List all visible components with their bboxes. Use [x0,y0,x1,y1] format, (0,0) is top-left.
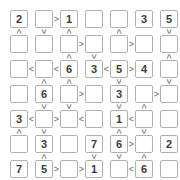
greater-than-icon: > [53,110,60,128]
cell-r4c4[interactable] [85,85,103,103]
cell-r5c5[interactable]: 1 [110,110,128,128]
less-than-icon: < [103,60,110,78]
caret-down-glyph: > [89,154,98,159]
cell-r6c6[interactable] [135,135,153,153]
cell-r3c5[interactable]: 5 [110,60,128,78]
cell-r6c5[interactable]: 6 [110,135,128,153]
caret-up-glyph: < [139,104,148,109]
cell-r1c3[interactable]: 1 [60,10,78,28]
caret-down-glyph: > [164,79,173,84]
caret-up-glyph: < [64,54,73,59]
cell-r5c2[interactable] [35,110,53,128]
greater-than-icon: > [78,160,85,178]
caret-down-glyph: > [39,29,48,34]
futoshiki-board: 21356354633137627516>>><<<>>><><<>>><<><… [10,10,180,178]
cell-r2c1[interactable] [10,35,28,53]
cell-r7c6[interactable]: 6 [135,160,153,178]
cell-r2c2[interactable] [35,35,53,53]
caret-down-glyph: > [114,104,123,109]
cell-r5c6[interactable] [135,110,153,128]
greater-than-icon: > [78,35,85,53]
caret-up-icon: < [10,128,28,135]
less-than-icon: < [28,60,35,78]
cell-r7c3[interactable] [60,160,78,178]
cell-r1c2[interactable] [35,10,53,28]
cell-r6c7[interactable]: 2 [160,135,178,153]
caret-up-icon: < [135,153,153,160]
cell-r4c6[interactable] [135,85,153,103]
cell-r1c1[interactable]: 2 [10,10,28,28]
caret-down-icon: > [110,78,128,85]
cell-r6c4[interactable]: 7 [85,135,103,153]
caret-up-glyph: < [64,79,73,84]
cell-r4c1[interactable] [10,85,28,103]
caret-up-glyph: < [114,129,123,134]
caret-up-icon: < [60,28,78,35]
less-than-icon: < [28,110,35,128]
caret-down-icon: > [135,128,153,135]
caret-down-icon: > [35,28,53,35]
cell-r7c4[interactable]: 1 [85,160,103,178]
caret-up-glyph: < [164,54,173,59]
cell-r3c2[interactable] [35,60,53,78]
caret-up-glyph: < [14,129,23,134]
cell-r3c6[interactable]: 4 [135,60,153,78]
greater-than-icon: > [153,85,160,103]
cell-r5c3[interactable] [60,110,78,128]
caret-down-glyph: > [89,54,98,59]
greater-than-icon: > [78,85,85,103]
caret-down-glyph: > [64,104,73,109]
caret-up-glyph: < [39,79,48,84]
cell-r3c4[interactable]: 3 [85,60,103,78]
cell-r2c4[interactable] [85,35,103,53]
cell-r2c6[interactable] [135,35,153,53]
caret-up-icon: < [110,28,128,35]
cell-r6c1[interactable] [10,135,28,153]
cell-r6c3[interactable] [60,135,78,153]
cell-r1c4[interactable] [85,10,103,28]
caret-up-glyph: < [64,29,73,34]
caret-down-glyph: > [164,29,173,34]
cell-r4c3[interactable] [60,85,78,103]
caret-up-icon: < [60,78,78,85]
cell-r2c7[interactable] [160,35,178,53]
caret-up-icon: < [35,153,53,160]
caret-up-icon: < [110,128,128,135]
greater-than-icon: > [128,60,135,78]
cell-r7c2[interactable]: 5 [35,160,53,178]
cell-r7c1[interactable]: 7 [10,160,28,178]
cell-r1c5[interactable] [110,10,128,28]
cell-r1c7[interactable]: 5 [160,10,178,28]
cell-r5c7[interactable] [160,110,178,128]
caret-up-icon: < [135,103,153,110]
cell-r1c6[interactable]: 3 [135,10,153,28]
cell-r3c7[interactable] [160,60,178,78]
less-than-icon: < [78,110,85,128]
caret-up-icon: < [10,28,28,35]
cell-r3c1[interactable] [10,60,28,78]
less-than-icon: < [128,160,135,178]
caret-down-icon: > [160,28,178,35]
greater-than-icon: > [53,160,60,178]
cell-r2c3[interactable] [60,35,78,53]
caret-down-icon: > [35,128,53,135]
less-than-icon: < [128,110,135,128]
caret-down-icon: > [85,53,103,60]
caret-down-glyph: > [139,129,148,134]
cell-r6c2[interactable]: 3 [35,135,53,153]
caret-up-icon: < [160,53,178,60]
cell-r4c5[interactable]: 3 [110,85,128,103]
greater-than-icon: > [128,135,135,153]
caret-up-glyph: < [14,29,23,34]
cell-r2c5[interactable] [110,35,128,53]
caret-down-glyph: > [39,129,48,134]
cell-r3c3[interactable]: 6 [60,60,78,78]
caret-up-icon: < [35,78,53,85]
caret-down-icon: > [110,153,128,160]
less-than-icon: < [53,60,60,78]
caret-down-icon: > [35,103,53,110]
cell-r4c2[interactable]: 6 [35,85,53,103]
greater-than-icon: > [128,35,135,53]
caret-down-icon: > [160,78,178,85]
cell-r7c5[interactable] [110,160,128,178]
caret-down-icon: > [85,153,103,160]
caret-down-glyph: > [39,104,48,109]
caret-up-glyph: < [39,154,48,159]
futoshiki-page: 21356354633137627516>>><<<>>><><<>>><<><… [0,0,180,178]
caret-down-glyph: > [114,79,123,84]
cell-r5c1[interactable]: 3 [10,110,28,128]
cell-r7c7[interactable] [160,160,178,178]
cell-r5c4[interactable] [85,110,103,128]
caret-up-icon: < [60,53,78,60]
caret-down-icon: > [110,103,128,110]
caret-up-glyph: < [114,29,123,34]
caret-down-icon: > [60,103,78,110]
caret-up-glyph: < [139,154,148,159]
cell-r4c7[interactable] [160,85,178,103]
greater-than-icon: > [53,10,60,28]
caret-down-glyph: > [114,154,123,159]
